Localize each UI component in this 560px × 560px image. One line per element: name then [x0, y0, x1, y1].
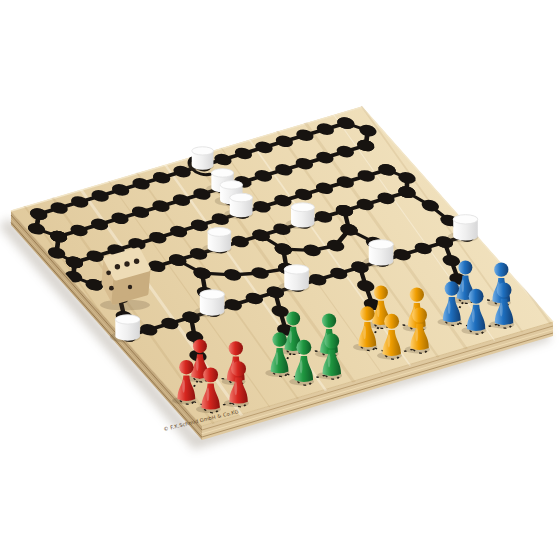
pawn-highlight	[448, 301, 451, 314]
pawn-head	[229, 341, 243, 355]
pawn-head	[322, 314, 336, 328]
pawn-head	[412, 308, 427, 323]
pawn-head	[193, 339, 207, 353]
barricade-top	[200, 290, 225, 299]
barricade-top	[208, 228, 231, 237]
pawn-head	[179, 360, 193, 374]
pawn-head	[272, 332, 286, 346]
pawn-head	[410, 288, 424, 302]
pawn-highlight	[276, 352, 279, 365]
pawn-highlight	[388, 334, 391, 348]
wooden-die[interactable]	[100, 250, 150, 311]
pawn-head	[384, 314, 399, 329]
pawn-head	[324, 334, 339, 349]
barricade-top	[369, 240, 394, 249]
pawn-highlight	[206, 388, 209, 402]
pawn-highlight	[234, 381, 237, 395]
barricade-top	[220, 181, 243, 189]
pawn-head	[203, 367, 218, 382]
barricade-top	[115, 315, 140, 324]
die-pip	[124, 261, 129, 266]
pawn-head	[469, 289, 484, 304]
pawn-head	[445, 281, 459, 295]
die-pip	[128, 285, 132, 289]
barricade-top	[291, 203, 314, 212]
pawn-highlight	[328, 354, 331, 368]
pawn-head	[231, 361, 246, 376]
die-pip	[109, 286, 114, 291]
pawn-highlight	[415, 328, 418, 342]
board-game-photo: © F.X.Schmid GmbH & Co.KG	[0, 0, 560, 560]
pawn-highlight	[377, 304, 380, 317]
barricade-top	[211, 169, 233, 177]
pawn-head	[286, 312, 300, 326]
malefiz-scene: © F.X.Schmid GmbH & Co.KG	[0, 0, 560, 560]
pawn-highlight	[182, 379, 185, 392]
pawn-highlight	[363, 326, 366, 339]
pawn-highlight	[289, 330, 292, 343]
pawn-highlight	[196, 358, 199, 371]
pawn-highlight	[472, 309, 475, 323]
pawn-head	[374, 286, 388, 300]
pawn-head	[494, 262, 508, 276]
pawn-head	[458, 261, 472, 275]
die-pip	[115, 264, 120, 269]
pawn-head	[360, 306, 374, 320]
barricade-top	[230, 193, 253, 202]
barricade-top	[284, 265, 309, 274]
die-pip	[134, 259, 139, 264]
pawn-highlight	[500, 303, 503, 317]
barricade-top	[453, 215, 478, 224]
pawn-highlight	[300, 360, 303, 374]
pawn-head	[497, 283, 512, 298]
pawn-head	[296, 340, 311, 355]
barricade-top	[192, 147, 214, 155]
die-pip	[106, 270, 111, 275]
pawn-highlight	[462, 279, 465, 292]
